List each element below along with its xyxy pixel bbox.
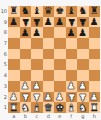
white-sergeant-piece: ♟	[67, 92, 76, 102]
square-f6[interactable]	[66, 49, 78, 60]
square-a3[interactable]	[8, 81, 20, 92]
black-bishop-piece: ♝	[32, 6, 41, 16]
square-h8[interactable]	[89, 27, 101, 38]
square-f1[interactable]: ♝	[66, 102, 78, 113]
white-knight-piece: ♞	[21, 103, 30, 113]
square-f3[interactable]: ♟	[66, 81, 78, 92]
black-pawn-piece: ♟	[90, 17, 99, 27]
black-rook-piece: ♜	[9, 6, 18, 16]
black-knight-piece: ♞	[21, 6, 30, 16]
file-label-h: h	[89, 113, 101, 120]
square-c3[interactable]: ♟	[31, 81, 43, 92]
rank-label-4: 4	[0, 70, 7, 81]
white-bishop-piece: ♝	[67, 103, 76, 113]
file-labels: abcdefgh	[8, 113, 100, 120]
file-label-a: a	[8, 113, 20, 120]
black-pawn-piece: ♟	[9, 17, 18, 27]
black-sergeant-piece: ♟	[32, 17, 41, 27]
square-a7[interactable]	[8, 38, 20, 49]
square-f9[interactable]: ♟	[66, 17, 78, 28]
file-label-b: b	[20, 113, 32, 120]
square-g1[interactable]: ♞	[77, 102, 89, 113]
square-g10[interactable]: ♞	[77, 6, 89, 17]
square-a6[interactable]	[8, 49, 20, 60]
square-b7[interactable]	[20, 38, 32, 49]
file-label-g: g	[77, 113, 89, 120]
square-b1[interactable]: ♞	[20, 102, 32, 113]
square-d6[interactable]	[43, 49, 55, 60]
white-pawn-piece: ♟	[78, 81, 87, 91]
white-pawn-piece: ♟	[67, 81, 76, 91]
square-e2[interactable]: ♟	[54, 92, 66, 103]
black-pawn-piece: ♟	[67, 28, 76, 38]
square-e3[interactable]	[54, 81, 66, 92]
white-bishop-piece: ♝	[32, 103, 41, 113]
rank-label-5: 5	[0, 59, 7, 70]
square-d2[interactable]: ♟	[43, 92, 55, 103]
square-e4[interactable]	[54, 70, 66, 81]
black-pawn-piece: ♟	[44, 17, 53, 27]
square-g3[interactable]: ♟	[77, 81, 89, 92]
square-b2[interactable]: ♟	[20, 92, 32, 103]
white-pawn-piece: ♟	[55, 92, 64, 102]
file-label-e: e	[54, 113, 66, 120]
white-rook-piece: ♜	[90, 103, 99, 113]
square-g5[interactable]	[77, 59, 89, 70]
chess-board: ♜♞♝♛♚♝♞♜♟♟♟♟♟♟♟♟♟♟♟♟♟♟♟♟♟♟♟♟♟♟♟♟♜♞♝♛♚♝♞♜	[8, 6, 100, 113]
square-c5[interactable]	[31, 59, 43, 70]
rank-label-3: 3	[0, 81, 7, 92]
black-pawn-piece: ♟	[21, 28, 30, 38]
square-b10[interactable]: ♞	[20, 6, 32, 17]
black-sergeant-piece: ♟	[21, 17, 30, 27]
black-knight-piece: ♞	[78, 6, 87, 16]
square-c6[interactable]	[31, 49, 43, 60]
square-b8[interactable]: ♟	[20, 27, 32, 38]
white-sergeant-piece: ♟	[32, 92, 41, 102]
square-e9[interactable]: ♟	[54, 17, 66, 28]
file-label-d: d	[43, 113, 55, 120]
square-d7[interactable]	[43, 38, 55, 49]
square-b3[interactable]: ♟	[20, 81, 32, 92]
file-label-c: c	[31, 113, 43, 120]
square-h6[interactable]	[89, 49, 101, 60]
square-g9[interactable]: ♟	[77, 17, 89, 28]
white-pawn-piece: ♟	[44, 92, 53, 102]
square-f2[interactable]: ♟	[66, 92, 78, 103]
file-label-f: f	[66, 113, 78, 120]
square-c10[interactable]: ♝	[31, 6, 43, 17]
square-a2[interactable]: ♟	[8, 92, 20, 103]
square-e1[interactable]: ♚	[54, 102, 66, 113]
white-pawn-piece: ♟	[90, 92, 99, 102]
rank-label-2: 2	[0, 92, 7, 103]
square-e5[interactable]	[54, 59, 66, 70]
square-c1[interactable]: ♝	[31, 102, 43, 113]
square-h1[interactable]: ♜	[89, 102, 101, 113]
square-f5[interactable]	[66, 59, 78, 70]
chess-variant-diagram: 10987654321 ♜♞♝♛♚♝♞♜♟♟♟♟♟♟♟♟♟♟♟♟♟♟♟♟♟♟♟♟…	[0, 0, 101, 120]
square-g7[interactable]	[77, 38, 89, 49]
white-pawn-piece: ♟	[21, 81, 30, 91]
rank-label-10: 10	[0, 6, 7, 17]
white-pawn-piece: ♟	[9, 92, 18, 102]
black-pawn-piece: ♟	[55, 17, 64, 27]
square-a1[interactable]: ♜	[8, 102, 20, 113]
square-h9[interactable]: ♟	[89, 17, 101, 28]
square-c7[interactable]	[31, 38, 43, 49]
black-sergeant-piece: ♟	[78, 17, 87, 27]
black-rook-piece: ♜	[90, 6, 99, 16]
black-bishop-piece: ♝	[67, 6, 76, 16]
square-d9[interactable]: ♟	[43, 17, 55, 28]
square-d3[interactable]	[43, 81, 55, 92]
square-f10[interactable]: ♝	[66, 6, 78, 17]
white-knight-piece: ♞	[78, 103, 87, 113]
square-e7[interactable]	[54, 38, 66, 49]
black-pawn-piece: ♟	[78, 28, 87, 38]
square-b6[interactable]	[20, 49, 32, 60]
square-a4[interactable]	[8, 70, 20, 81]
square-b9[interactable]: ♟	[20, 17, 32, 28]
square-h3[interactable]	[89, 81, 101, 92]
square-a8[interactable]	[8, 27, 20, 38]
white-pawn-piece: ♟	[32, 81, 41, 91]
square-c2[interactable]: ♟	[31, 92, 43, 103]
square-d5[interactable]	[43, 59, 55, 70]
rank-label-6: 6	[0, 49, 7, 60]
square-a9[interactable]: ♟	[8, 17, 20, 28]
white-rook-piece: ♜	[9, 103, 18, 113]
square-g8[interactable]: ♟	[77, 27, 89, 38]
square-f7[interactable]	[66, 38, 78, 49]
square-e6[interactable]	[54, 49, 66, 60]
square-f8[interactable]: ♟	[66, 27, 78, 38]
square-d8[interactable]	[43, 27, 55, 38]
rank-label-9: 9	[0, 17, 7, 28]
square-c9[interactable]: ♟	[31, 17, 43, 28]
black-king-piece: ♚	[55, 6, 64, 16]
square-b5[interactable]	[20, 59, 32, 70]
square-h4[interactable]	[89, 70, 101, 81]
square-g2[interactable]: ♟	[77, 92, 89, 103]
square-d1[interactable]: ♛	[43, 102, 55, 113]
square-h7[interactable]	[89, 38, 101, 49]
square-h5[interactable]	[89, 59, 101, 70]
square-d4[interactable]	[43, 70, 55, 81]
white-queen-piece: ♛	[44, 103, 53, 113]
rank-label-1: 1	[0, 102, 7, 113]
black-pawn-piece: ♟	[32, 28, 41, 38]
white-sergeant-piece: ♟	[78, 92, 87, 102]
square-h2[interactable]: ♟	[89, 92, 101, 103]
white-sergeant-piece: ♟	[21, 92, 30, 102]
black-queen-piece: ♛	[44, 6, 53, 16]
rank-label-8: 8	[0, 27, 7, 38]
rank-labels: 10987654321	[0, 6, 7, 113]
square-g6[interactable]	[77, 49, 89, 60]
square-c8[interactable]: ♟	[31, 27, 43, 38]
rank-label-7: 7	[0, 38, 7, 49]
white-king-piece: ♚	[55, 103, 64, 113]
black-sergeant-piece: ♟	[67, 17, 76, 27]
square-e8[interactable]	[54, 27, 66, 38]
square-a5[interactable]	[8, 59, 20, 70]
